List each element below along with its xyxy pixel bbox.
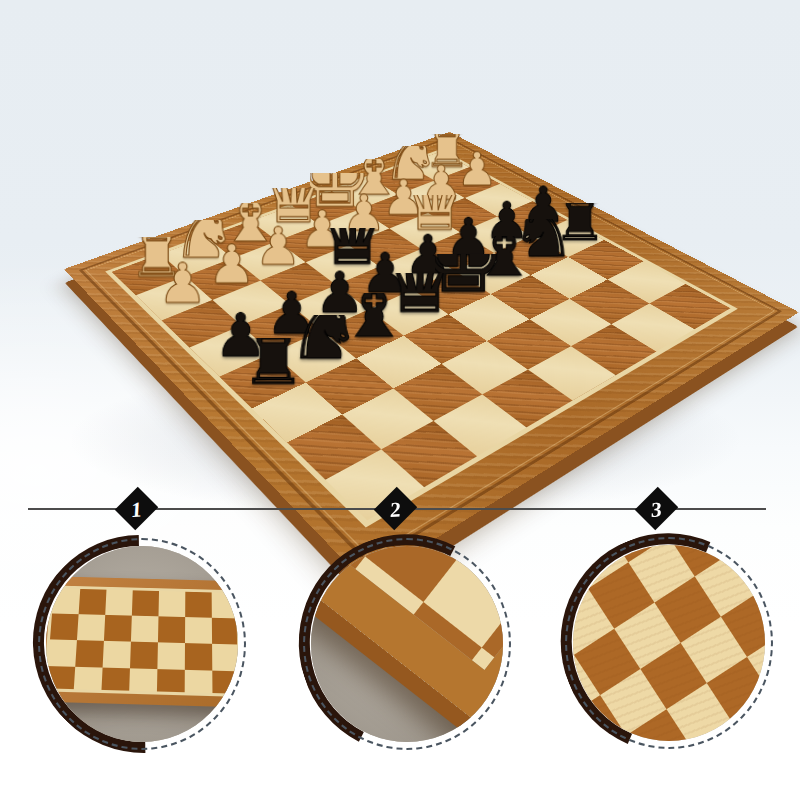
marker-2-label: 2 [390, 498, 402, 520]
callout-board-top-view [38, 538, 246, 750]
callout-photo-2 [311, 546, 503, 742]
callout-photo-1 [46, 546, 238, 742]
piece-black-pawn: ♟ [262, 288, 321, 347]
callout-frame-corner [303, 538, 511, 750]
square-e8 [528, 346, 616, 400]
callout-photo-3 [573, 545, 765, 741]
checker-pattern [573, 545, 765, 741]
mini-board-squares [46, 586, 238, 698]
mini-board [46, 576, 238, 708]
marker-3-label: 3 [651, 498, 663, 520]
square-g8 [611, 303, 694, 351]
marker-1-label: 1 [131, 498, 143, 520]
product-page: ♜♞♝♛♚♝♞♜♟♟♟♟♟♟♟♟♛♛♟♟♟♟♟♟♟♟♜♞♝♛♚♝♞♜ 1 2 3 [0, 0, 800, 800]
callout-squares-closeup [565, 537, 773, 749]
square-e4: ♟ [380, 249, 455, 290]
